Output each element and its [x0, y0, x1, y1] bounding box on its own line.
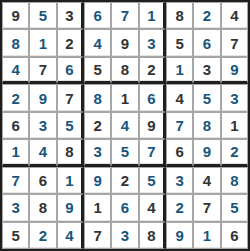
cell-r2c8[interactable]: 6 — [193, 29, 220, 56]
cell-r4c9[interactable]: 3 — [221, 84, 248, 111]
cell-r7c7[interactable]: 3 — [166, 167, 193, 194]
cell-r8c5[interactable]: 6 — [111, 194, 138, 221]
cell-r2c6[interactable]: 3 — [139, 29, 166, 56]
cell-r5c7[interactable]: 7 — [166, 112, 193, 139]
cell-r6c5[interactable]: 5 — [111, 139, 138, 166]
cell-r1c9[interactable]: 4 — [221, 2, 248, 29]
cell-r7c4[interactable]: 9 — [84, 167, 111, 194]
cell-r8c6[interactable]: 4 — [139, 194, 166, 221]
cell-r6c9[interactable]: 2 — [221, 139, 248, 166]
cell-r1c1[interactable]: 9 — [2, 2, 29, 29]
cell-r7c3[interactable]: 1 — [57, 167, 84, 194]
cell-r1c8[interactable]: 2 — [193, 2, 220, 29]
cell-r4c4[interactable]: 8 — [84, 84, 111, 111]
cell-r1c2[interactable]: 5 — [29, 2, 56, 29]
cell-r7c8[interactable]: 4 — [193, 167, 220, 194]
cell-r8c8[interactable]: 7 — [193, 194, 220, 221]
cell-r8c9[interactable]: 5 — [221, 194, 248, 221]
cell-r6c8[interactable]: 9 — [193, 139, 220, 166]
cell-r3c3[interactable]: 6 — [57, 57, 84, 84]
cell-r7c2[interactable]: 6 — [29, 167, 56, 194]
cell-r8c1[interactable]: 3 — [2, 194, 29, 221]
cell-r9c2[interactable]: 2 — [29, 222, 56, 249]
cell-r6c4[interactable]: 3 — [84, 139, 111, 166]
cell-r6c1[interactable]: 1 — [2, 139, 29, 166]
cell-r6c7[interactable]: 6 — [166, 139, 193, 166]
cell-r1c4[interactable]: 6 — [84, 2, 111, 29]
cell-r3c6[interactable]: 2 — [139, 57, 166, 84]
cell-r5c9[interactable]: 1 — [221, 112, 248, 139]
cell-r9c9[interactable]: 6 — [221, 222, 248, 249]
cell-r2c1[interactable]: 8 — [2, 29, 29, 56]
cell-r5c3[interactable]: 5 — [57, 112, 84, 139]
cell-r5c2[interactable]: 3 — [29, 112, 56, 139]
sudoku-board: 9536718248124935674765821392978164536352… — [0, 0, 250, 251]
cell-r2c5[interactable]: 9 — [111, 29, 138, 56]
cell-r1c5[interactable]: 7 — [111, 2, 138, 29]
cell-r7c1[interactable]: 7 — [2, 167, 29, 194]
cell-r4c3[interactable]: 7 — [57, 84, 84, 111]
cell-r5c1[interactable]: 6 — [2, 112, 29, 139]
cell-r3c8[interactable]: 3 — [193, 57, 220, 84]
cell-r4c2[interactable]: 9 — [29, 84, 56, 111]
cell-r3c7[interactable]: 1 — [166, 57, 193, 84]
cell-r9c1[interactable]: 5 — [2, 222, 29, 249]
cell-r8c2[interactable]: 8 — [29, 194, 56, 221]
cell-r5c5[interactable]: 4 — [111, 112, 138, 139]
cell-r4c1[interactable]: 2 — [2, 84, 29, 111]
cell-r8c4[interactable]: 1 — [84, 194, 111, 221]
cell-r3c2[interactable]: 7 — [29, 57, 56, 84]
cell-r6c2[interactable]: 4 — [29, 139, 56, 166]
cell-r9c5[interactable]: 3 — [111, 222, 138, 249]
cell-r6c6[interactable]: 7 — [139, 139, 166, 166]
cell-r3c4[interactable]: 5 — [84, 57, 111, 84]
cell-r5c8[interactable]: 8 — [193, 112, 220, 139]
cell-r9c6[interactable]: 8 — [139, 222, 166, 249]
cell-r9c4[interactable]: 7 — [84, 222, 111, 249]
cell-r1c3[interactable]: 3 — [57, 2, 84, 29]
cell-r4c5[interactable]: 1 — [111, 84, 138, 111]
cell-r2c9[interactable]: 7 — [221, 29, 248, 56]
cell-r2c2[interactable]: 1 — [29, 29, 56, 56]
cell-r2c7[interactable]: 5 — [166, 29, 193, 56]
cell-r3c9[interactable]: 9 — [221, 57, 248, 84]
cell-r5c6[interactable]: 9 — [139, 112, 166, 139]
cell-r9c3[interactable]: 4 — [57, 222, 84, 249]
cell-r6c3[interactable]: 8 — [57, 139, 84, 166]
cell-r7c5[interactable]: 2 — [111, 167, 138, 194]
cell-r3c1[interactable]: 4 — [2, 57, 29, 84]
cell-r9c8[interactable]: 1 — [193, 222, 220, 249]
cell-r2c3[interactable]: 2 — [57, 29, 84, 56]
cell-r4c8[interactable]: 5 — [193, 84, 220, 111]
cell-r4c6[interactable]: 6 — [139, 84, 166, 111]
cell-r7c6[interactable]: 5 — [139, 167, 166, 194]
cell-r1c6[interactable]: 1 — [139, 2, 166, 29]
cell-r5c4[interactable]: 2 — [84, 112, 111, 139]
cell-r3c5[interactable]: 8 — [111, 57, 138, 84]
cell-r1c7[interactable]: 8 — [166, 2, 193, 29]
cell-r7c9[interactable]: 8 — [221, 167, 248, 194]
cell-r9c7[interactable]: 9 — [166, 222, 193, 249]
cell-r8c7[interactable]: 2 — [166, 194, 193, 221]
cell-r4c7[interactable]: 4 — [166, 84, 193, 111]
cell-r2c4[interactable]: 4 — [84, 29, 111, 56]
cell-r8c3[interactable]: 9 — [57, 194, 84, 221]
